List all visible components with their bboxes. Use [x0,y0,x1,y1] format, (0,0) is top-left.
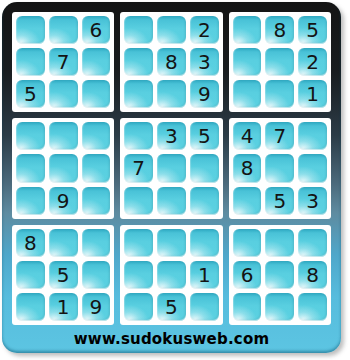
cell-r2c5[interactable]: 8 [157,48,186,76]
cell-r1c5[interactable] [157,16,186,44]
cell-r5c5[interactable] [157,154,186,182]
cell-r6c1[interactable] [16,187,45,215]
cell-r8c3[interactable] [82,261,111,289]
cell-r3c2[interactable] [49,80,78,108]
cell-r2c9[interactable]: 2 [298,48,327,76]
cell-r8c7[interactable]: 6 [233,261,262,289]
cell-r8c8[interactable] [265,261,294,289]
box-2-1: 9 [12,118,114,218]
board-frame: 6752839852193574785385191568 www.sudokus… [2,2,341,353]
box-1-1: 675 [12,12,114,112]
cell-r4c8[interactable]: 7 [265,122,294,150]
cell-r8c4[interactable] [124,261,153,289]
cell-r3c3[interactable] [82,80,111,108]
cell-r1c6[interactable]: 2 [190,16,219,44]
box-3-2: 15 [120,225,222,325]
cell-r7c2[interactable] [49,229,78,257]
cell-r2c2[interactable]: 7 [49,48,78,76]
cell-r6c4[interactable] [124,187,153,215]
cell-r3c5[interactable] [157,80,186,108]
cell-r9c1[interactable] [16,293,45,321]
box-1-3: 8521 [229,12,331,112]
box-3-1: 8519 [12,225,114,325]
cell-r6c7[interactable] [233,187,262,215]
cell-r9c5[interactable]: 5 [157,293,186,321]
cell-r1c2[interactable] [49,16,78,44]
cell-r5c1[interactable] [16,154,45,182]
cell-r4c6[interactable]: 5 [190,122,219,150]
cell-r7c3[interactable] [82,229,111,257]
cell-r5c4[interactable]: 7 [124,154,153,182]
cell-r9c7[interactable] [233,293,262,321]
cell-r5c3[interactable] [82,154,111,182]
cell-r8c2[interactable]: 5 [49,261,78,289]
cell-r6c6[interactable] [190,187,219,215]
cell-r9c8[interactable] [265,293,294,321]
sudoku-board: 6752839852193574785385191568 [12,12,331,325]
box-1-2: 2839 [120,12,222,112]
cell-r9c2[interactable]: 1 [49,293,78,321]
cell-r3c4[interactable] [124,80,153,108]
sudoku-page: 6752839852193574785385191568 www.sudokus… [0,0,350,360]
cell-r7c8[interactable] [265,229,294,257]
cell-r5c7[interactable]: 8 [233,154,262,182]
cell-r2c8[interactable] [265,48,294,76]
cell-r4c4[interactable] [124,122,153,150]
cell-r1c8[interactable]: 8 [265,16,294,44]
cell-r1c3[interactable]: 6 [82,16,111,44]
cell-r5c2[interactable] [49,154,78,182]
cell-r1c1[interactable] [16,16,45,44]
cell-r7c6[interactable] [190,229,219,257]
cell-r5c9[interactable] [298,154,327,182]
cell-r4c7[interactable]: 4 [233,122,262,150]
cell-r9c4[interactable] [124,293,153,321]
cell-r3c9[interactable]: 1 [298,80,327,108]
cell-r3c1[interactable]: 5 [16,80,45,108]
box-2-3: 47853 [229,118,331,218]
cell-r2c1[interactable] [16,48,45,76]
cell-r8c5[interactable] [157,261,186,289]
cell-r2c3[interactable] [82,48,111,76]
site-url: www.sudokusweb.com [12,325,331,352]
cell-r9c9[interactable] [298,293,327,321]
cell-r2c7[interactable] [233,48,262,76]
cell-r8c1[interactable] [16,261,45,289]
cell-r5c6[interactable] [190,154,219,182]
cell-r3c7[interactable] [233,80,262,108]
cell-r1c4[interactable] [124,16,153,44]
cell-r6c2[interactable]: 9 [49,187,78,215]
cell-r3c6[interactable]: 9 [190,80,219,108]
cell-r2c6[interactable]: 3 [190,48,219,76]
cell-r1c7[interactable] [233,16,262,44]
cell-r7c4[interactable] [124,229,153,257]
cell-r4c2[interactable] [49,122,78,150]
cell-r6c3[interactable] [82,187,111,215]
cell-r4c3[interactable] [82,122,111,150]
cell-r7c5[interactable] [157,229,186,257]
cell-r1c9[interactable]: 5 [298,16,327,44]
cell-r9c3[interactable]: 9 [82,293,111,321]
cell-r4c5[interactable]: 3 [157,122,186,150]
cell-r2c4[interactable] [124,48,153,76]
cell-r6c8[interactable]: 5 [265,187,294,215]
cell-r7c9[interactable] [298,229,327,257]
box-3-3: 68 [229,225,331,325]
cell-r7c7[interactable] [233,229,262,257]
box-2-2: 357 [120,118,222,218]
cell-r8c9[interactable]: 8 [298,261,327,289]
cell-r9c6[interactable] [190,293,219,321]
cell-r8c6[interactable]: 1 [190,261,219,289]
cell-r7c1[interactable]: 8 [16,229,45,257]
cell-r3c8[interactable] [265,80,294,108]
cell-r4c1[interactable] [16,122,45,150]
cell-r6c9[interactable]: 3 [298,187,327,215]
cell-r5c8[interactable] [265,154,294,182]
cell-r4c9[interactable] [298,122,327,150]
cell-r6c5[interactable] [157,187,186,215]
